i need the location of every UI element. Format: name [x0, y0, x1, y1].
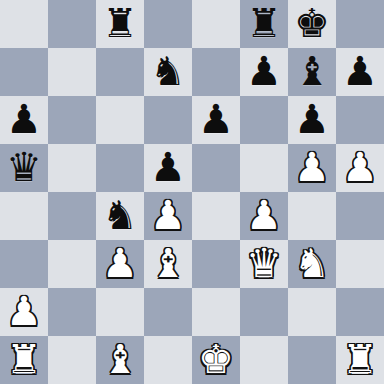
square-e4[interactable] — [192, 192, 240, 240]
square-d5[interactable]: ♟ — [144, 144, 192, 192]
white-knight-g3[interactable]: ♞ — [294, 239, 330, 287]
square-a3[interactable] — [0, 240, 48, 288]
square-b5[interactable] — [48, 144, 96, 192]
square-f3[interactable]: ♛ — [240, 240, 288, 288]
square-g6[interactable]: ♟ — [288, 96, 336, 144]
square-h7[interactable]: ♟ — [336, 48, 384, 96]
white-pawn-g5[interactable]: ♟ — [294, 143, 330, 191]
square-h1[interactable]: ♜ — [336, 336, 384, 384]
square-d4[interactable]: ♟ — [144, 192, 192, 240]
square-f6[interactable] — [240, 96, 288, 144]
square-f4[interactable]: ♟ — [240, 192, 288, 240]
square-a6[interactable]: ♟ — [0, 96, 48, 144]
white-pawn-h5[interactable]: ♟ — [342, 143, 378, 191]
white-queen-f3[interactable]: ♛ — [246, 239, 282, 287]
square-h4[interactable] — [336, 192, 384, 240]
square-e1[interactable]: ♚ — [192, 336, 240, 384]
square-c8[interactable]: ♜ — [96, 0, 144, 48]
square-d1[interactable] — [144, 336, 192, 384]
square-c5[interactable] — [96, 144, 144, 192]
square-b6[interactable] — [48, 96, 96, 144]
square-a2[interactable]: ♟ — [0, 288, 48, 336]
black-pawn-h7[interactable]: ♟ — [342, 47, 378, 95]
square-c6[interactable] — [96, 96, 144, 144]
square-a8[interactable] — [0, 0, 48, 48]
black-rook-f8[interactable]: ♜ — [246, 0, 282, 47]
black-knight-c4[interactable]: ♞ — [102, 191, 138, 239]
square-c7[interactable] — [96, 48, 144, 96]
black-knight-d7[interactable]: ♞ — [150, 47, 186, 95]
black-pawn-a6[interactable]: ♟ — [6, 95, 42, 143]
black-pawn-f7[interactable]: ♟ — [246, 47, 282, 95]
square-c2[interactable] — [96, 288, 144, 336]
square-f1[interactable] — [240, 336, 288, 384]
square-b1[interactable] — [48, 336, 96, 384]
black-pawn-e6[interactable]: ♟ — [198, 95, 234, 143]
square-e8[interactable] — [192, 0, 240, 48]
chess-board: ♜♜♚♞♟♝♟♟♟♟♛♟♟♟♞♟♟♟♝♛♞♟♜♝♚♜ — [0, 0, 384, 384]
black-king-g8[interactable]: ♚ — [294, 0, 330, 47]
square-b2[interactable] — [48, 288, 96, 336]
square-e6[interactable]: ♟ — [192, 96, 240, 144]
square-d8[interactable] — [144, 0, 192, 48]
square-e5[interactable] — [192, 144, 240, 192]
white-pawn-d4[interactable]: ♟ — [150, 191, 186, 239]
square-h5[interactable]: ♟ — [336, 144, 384, 192]
square-h3[interactable] — [336, 240, 384, 288]
square-b4[interactable] — [48, 192, 96, 240]
white-bishop-d3[interactable]: ♝ — [150, 239, 186, 287]
black-pawn-d5[interactable]: ♟ — [150, 143, 186, 191]
square-h6[interactable] — [336, 96, 384, 144]
white-pawn-c3[interactable]: ♟ — [102, 239, 138, 287]
square-b7[interactable] — [48, 48, 96, 96]
square-c3[interactable]: ♟ — [96, 240, 144, 288]
square-b8[interactable] — [48, 0, 96, 48]
square-d7[interactable]: ♞ — [144, 48, 192, 96]
square-a1[interactable]: ♜ — [0, 336, 48, 384]
square-f2[interactable] — [240, 288, 288, 336]
white-rook-h1[interactable]: ♜ — [342, 335, 378, 383]
square-f8[interactable]: ♜ — [240, 0, 288, 48]
square-e3[interactable] — [192, 240, 240, 288]
square-e7[interactable] — [192, 48, 240, 96]
white-rook-a1[interactable]: ♜ — [6, 335, 42, 383]
square-g3[interactable]: ♞ — [288, 240, 336, 288]
square-g8[interactable]: ♚ — [288, 0, 336, 48]
square-b3[interactable] — [48, 240, 96, 288]
square-g1[interactable] — [288, 336, 336, 384]
square-h8[interactable] — [336, 0, 384, 48]
square-a7[interactable] — [0, 48, 48, 96]
square-d3[interactable]: ♝ — [144, 240, 192, 288]
square-h2[interactable] — [336, 288, 384, 336]
black-queen-a5[interactable]: ♛ — [6, 143, 42, 191]
square-g7[interactable]: ♝ — [288, 48, 336, 96]
square-f5[interactable] — [240, 144, 288, 192]
square-d2[interactable] — [144, 288, 192, 336]
white-pawn-a2[interactable]: ♟ — [6, 287, 42, 335]
white-king-e1[interactable]: ♚ — [198, 335, 234, 383]
square-a5[interactable]: ♛ — [0, 144, 48, 192]
square-g4[interactable] — [288, 192, 336, 240]
square-c1[interactable]: ♝ — [96, 336, 144, 384]
square-c4[interactable]: ♞ — [96, 192, 144, 240]
black-pawn-g6[interactable]: ♟ — [294, 95, 330, 143]
square-f7[interactable]: ♟ — [240, 48, 288, 96]
white-bishop-c1[interactable]: ♝ — [102, 335, 138, 383]
square-a4[interactable] — [0, 192, 48, 240]
square-e2[interactable] — [192, 288, 240, 336]
square-d6[interactable] — [144, 96, 192, 144]
black-rook-c8[interactable]: ♜ — [102, 0, 138, 47]
white-pawn-f4[interactable]: ♟ — [246, 191, 282, 239]
black-bishop-g7[interactable]: ♝ — [294, 47, 330, 95]
square-g2[interactable] — [288, 288, 336, 336]
square-g5[interactable]: ♟ — [288, 144, 336, 192]
